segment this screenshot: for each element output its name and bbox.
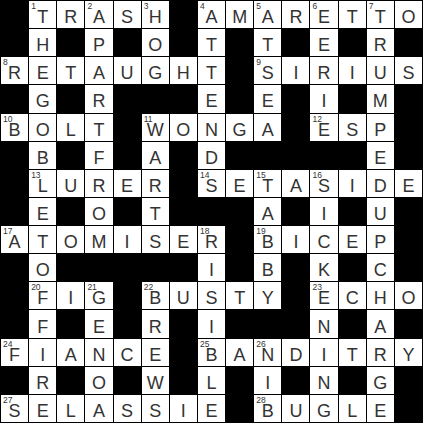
cell-letter: I — [265, 374, 270, 392]
cell-r6c12[interactable]: I — [339, 170, 366, 197]
cell-letter: U — [64, 177, 77, 195]
cell-letter: N — [318, 318, 331, 336]
cell-letter: A — [234, 346, 246, 364]
clue-number: 23 — [312, 283, 321, 292]
black-cell-r3c2 — [57, 85, 84, 112]
cell-letter: C — [121, 346, 134, 364]
clue-number: 5 — [256, 2, 261, 11]
cell-letter: A — [205, 8, 217, 26]
cell-letter: C — [346, 289, 359, 307]
cell-letter: E — [37, 64, 49, 82]
cell-r5c1[interactable]: B — [29, 142, 56, 169]
cell-r0c4[interactable]: S — [114, 1, 141, 28]
cell-letter: I — [322, 92, 327, 110]
cell-r10c9[interactable]: Y — [254, 282, 281, 309]
cell-letter: R — [8, 64, 21, 82]
cell-r5c13[interactable]: E — [367, 142, 394, 169]
cell-letter: T — [347, 8, 358, 26]
black-cell-r10c0 — [1, 282, 28, 309]
black-cell-r1c12 — [339, 29, 366, 56]
cell-r7c13[interactable]: U — [367, 198, 394, 225]
cell-r2c11[interactable]: R — [310, 57, 337, 84]
clue-number: 17 — [3, 227, 12, 236]
cell-letter: O — [36, 261, 50, 279]
cell-r8c5[interactable]: S — [142, 226, 169, 253]
cell-letter: T — [37, 233, 48, 251]
cell-letter: O — [36, 121, 50, 139]
cell-r3c13[interactable]: M — [367, 85, 394, 112]
cell-r14c13[interactable]: E — [367, 395, 394, 422]
black-cell-r7c6 — [170, 198, 197, 225]
cell-r10c12[interactable]: C — [339, 282, 366, 309]
cell-r0c12[interactable]: T — [339, 1, 366, 28]
cell-r1c5[interactable]: O — [142, 29, 169, 56]
cell-r8c13[interactable]: P — [367, 226, 394, 253]
black-cell-r13c6 — [170, 367, 197, 394]
black-cell-r7c7 — [198, 198, 225, 225]
cell-letter: G — [233, 121, 247, 139]
cell-r12c0[interactable]: 24F — [1, 339, 28, 366]
cell-r14c6[interactable]: I — [170, 395, 197, 422]
cell-r12c5[interactable]: E — [142, 339, 169, 366]
cell-letter: O — [92, 374, 106, 392]
cell-r1c9[interactable]: T — [254, 29, 281, 56]
black-cell-r13c10 — [282, 367, 309, 394]
cell-r0c5[interactable]: 3H — [142, 1, 169, 28]
clue-number: 2 — [87, 2, 92, 11]
black-cell-r5c12 — [339, 142, 366, 169]
cell-r10c1[interactable]: 20F — [29, 282, 56, 309]
cell-r13c7[interactable]: L — [198, 367, 225, 394]
black-cell-r13c0 — [1, 367, 28, 394]
cell-r5c7[interactable]: D — [198, 142, 225, 169]
clue-number: 15 — [256, 171, 265, 180]
black-cell-r5c0 — [1, 142, 28, 169]
cell-r4c13[interactable]: P — [367, 114, 394, 141]
cell-r10c7[interactable]: S — [198, 282, 225, 309]
cell-r14c4[interactable]: S — [114, 395, 141, 422]
cell-r6c10[interactable]: A — [282, 170, 309, 197]
cell-r14c2[interactable]: L — [57, 395, 84, 422]
cell-r1c3[interactable]: P — [85, 29, 112, 56]
cell-r4c3[interactable]: T — [85, 114, 112, 141]
cell-letter: M — [91, 233, 106, 251]
cell-letter: R — [64, 8, 77, 26]
black-cell-r11c0 — [1, 310, 28, 337]
cell-letter: I — [181, 402, 186, 420]
cell-letter: E — [402, 177, 414, 195]
cell-letter: R — [92, 177, 105, 195]
cell-letter: R — [374, 346, 387, 364]
cell-letter: S — [121, 8, 133, 26]
cell-r9c9[interactable]: B — [254, 254, 281, 281]
clue-number: 25 — [200, 340, 209, 349]
cell-r12c13[interactable]: R — [367, 339, 394, 366]
cell-r12c4[interactable]: C — [114, 339, 141, 366]
cell-r14c5[interactable]: S — [142, 395, 169, 422]
black-cell-r1c8 — [226, 29, 253, 56]
cell-r6c13[interactable]: D — [367, 170, 394, 197]
clue-number: 16 — [312, 171, 321, 180]
cell-letter: B — [37, 149, 49, 167]
cell-r3c9[interactable]: E — [254, 85, 281, 112]
cell-r14c11[interactable]: G — [310, 395, 337, 422]
cell-letter: T — [37, 8, 48, 26]
cell-letter: Y — [402, 346, 414, 364]
cell-r8c4[interactable]: I — [114, 226, 141, 253]
cell-letter: E — [318, 36, 330, 54]
cell-letter: O — [401, 8, 415, 26]
cell-r5c3[interactable]: F — [85, 142, 112, 169]
black-cell-r3c10 — [282, 85, 309, 112]
black-cell-r3c8 — [226, 85, 253, 112]
cell-r12c2[interactable]: A — [57, 339, 84, 366]
cell-r1c13[interactable]: R — [367, 29, 394, 56]
black-cell-r10c4 — [114, 282, 141, 309]
clue-number: 20 — [31, 283, 40, 292]
cell-r2c6[interactable]: H — [170, 57, 197, 84]
cell-r4c9[interactable]: A — [254, 114, 281, 141]
cell-r2c13[interactable]: U — [367, 57, 394, 84]
cell-r4c2[interactable]: L — [57, 114, 84, 141]
black-cell-r9c8 — [226, 254, 253, 281]
cell-r7c9[interactable]: A — [254, 198, 281, 225]
black-cell-r3c4 — [114, 85, 141, 112]
cell-r4c5[interactable]: 11W — [142, 114, 169, 141]
cell-r14c9[interactable]: 28B — [254, 395, 281, 422]
cell-r0c11[interactable]: 6E — [310, 1, 337, 28]
cell-r10c3[interactable]: 21G — [85, 282, 112, 309]
cell-r14c1[interactable]: E — [29, 395, 56, 422]
cell-letter: S — [402, 64, 414, 82]
black-cell-r2c8 — [226, 57, 253, 84]
cell-r8c12[interactable]: E — [339, 226, 366, 253]
black-cell-r13c14 — [395, 367, 422, 394]
black-cell-r9c2 — [57, 254, 84, 281]
clue-number: 10 — [3, 115, 12, 124]
cell-r13c11[interactable]: N — [310, 367, 337, 394]
cell-r10c8[interactable]: T — [226, 282, 253, 309]
black-cell-r13c4 — [114, 367, 141, 394]
cell-r10c2[interactable]: I — [57, 282, 84, 309]
cell-r4c11[interactable]: 12E — [310, 114, 337, 141]
black-cell-r5c4 — [114, 142, 141, 169]
cell-letter: H — [177, 64, 190, 82]
cell-r0c7[interactable]: 4A — [198, 1, 225, 28]
cell-r9c1[interactable]: O — [29, 254, 56, 281]
cell-r12c14[interactable]: Y — [395, 339, 422, 366]
cell-r10c5[interactable]: 22B — [142, 282, 169, 309]
cell-r2c0[interactable]: 8R — [1, 57, 28, 84]
cell-letter: A — [262, 205, 274, 223]
black-cell-r7c8 — [226, 198, 253, 225]
cell-letter: O — [401, 289, 415, 307]
cell-letter: G — [317, 402, 331, 420]
cell-letter: P — [374, 121, 386, 139]
cell-r12c7[interactable]: 25B — [198, 339, 225, 366]
cell-r0c2[interactable]: R — [57, 1, 84, 28]
cell-r0c1[interactable]: 1T — [29, 1, 56, 28]
cell-r0c9[interactable]: 5A — [254, 1, 281, 28]
clue-number: 8 — [3, 58, 8, 67]
cell-letter: A — [149, 149, 161, 167]
cell-letter: L — [66, 121, 76, 139]
cell-letter: M — [373, 92, 388, 110]
cell-r4c7[interactable]: N — [198, 114, 225, 141]
cell-letter: T — [347, 346, 358, 364]
cell-r14c7[interactable]: E — [198, 395, 225, 422]
black-cell-r4c10 — [282, 114, 309, 141]
cell-r6c2[interactable]: U — [57, 170, 84, 197]
black-cell-r9c12 — [339, 254, 366, 281]
cell-r4c8[interactable]: G — [226, 114, 253, 141]
cell-r0c14[interactable]: O — [395, 1, 422, 28]
cell-letter: B — [262, 261, 274, 279]
cell-r14c0[interactable]: 27S — [1, 395, 28, 422]
cell-letter: R — [318, 64, 331, 82]
cell-r8c6[interactable]: E — [170, 226, 197, 253]
black-cell-r9c6 — [170, 254, 197, 281]
cell-r2c5[interactable]: G — [142, 57, 169, 84]
cell-r0c3[interactable]: 2A — [85, 1, 112, 28]
cell-letter: T — [206, 36, 217, 54]
black-cell-r7c0 — [1, 198, 28, 225]
cell-r6c4[interactable]: E — [114, 170, 141, 197]
cell-letter: A — [262, 8, 274, 26]
cell-letter: I — [293, 64, 298, 82]
black-cell-r0c0 — [1, 1, 28, 28]
cell-r10c11[interactable]: 23E — [310, 282, 337, 309]
black-cell-r5c2 — [57, 142, 84, 169]
cell-letter: A — [374, 318, 386, 336]
cell-letter: R — [36, 374, 49, 392]
cell-r2c9[interactable]: 9S — [254, 57, 281, 84]
cell-r13c1[interactable]: R — [29, 367, 56, 394]
clue-number: 28 — [256, 396, 265, 405]
cell-r3c1[interactable]: G — [29, 85, 56, 112]
clue-number: 26 — [256, 340, 265, 349]
black-cell-r11c10 — [282, 310, 309, 337]
black-cell-r6c6 — [170, 170, 197, 197]
cell-letter: C — [318, 233, 331, 251]
black-cell-r8c14 — [395, 226, 422, 253]
cell-letter: T — [150, 205, 161, 223]
black-cell-r5c14 — [395, 142, 422, 169]
clue-number: 4 — [200, 2, 205, 11]
cell-r1c1[interactable]: H — [29, 29, 56, 56]
cell-letter: O — [64, 233, 78, 251]
cell-letter: O — [148, 36, 162, 54]
cell-r6c5[interactable]: R — [142, 170, 169, 197]
cell-r8c11[interactable]: C — [310, 226, 337, 253]
black-cell-r1c10 — [282, 29, 309, 56]
cell-r10c13[interactable]: H — [367, 282, 394, 309]
cell-r11c3[interactable]: E — [85, 310, 112, 337]
clue-number: 11 — [144, 115, 153, 124]
cell-r2c4[interactable]: U — [114, 57, 141, 84]
cell-r11c13[interactable]: A — [367, 310, 394, 337]
cell-r13c3[interactable]: O — [85, 367, 112, 394]
clue-number: 13 — [31, 171, 40, 180]
cell-letter: I — [350, 64, 355, 82]
cell-r10c6[interactable]: U — [170, 282, 197, 309]
cell-r8c1[interactable]: T — [29, 226, 56, 253]
cell-r12c3[interactable]: N — [85, 339, 112, 366]
black-cell-r6c0 — [1, 170, 28, 197]
cell-letter: R — [149, 318, 162, 336]
cell-letter: S — [149, 233, 161, 251]
cell-r7c5[interactable]: T — [142, 198, 169, 225]
cell-r4c1[interactable]: O — [29, 114, 56, 141]
cell-r6c1[interactable]: 13L — [29, 170, 56, 197]
cell-letter: T — [375, 8, 386, 26]
cell-r2c12[interactable]: I — [339, 57, 366, 84]
black-cell-r5c10 — [282, 142, 309, 169]
black-cell-r7c2 — [57, 198, 84, 225]
cell-r3c3[interactable]: R — [85, 85, 112, 112]
black-cell-r1c4 — [114, 29, 141, 56]
cell-r7c1[interactable]: E — [29, 198, 56, 225]
cell-letter: I — [125, 233, 130, 251]
cell-r8c2[interactable]: O — [57, 226, 84, 253]
cell-r3c11[interactable]: I — [310, 85, 337, 112]
cell-r6c9[interactable]: 15T — [254, 170, 281, 197]
cell-r8c0[interactable]: 17A — [1, 226, 28, 253]
cell-r12c9[interactable]: 26N — [254, 339, 281, 366]
cell-letter: I — [322, 205, 327, 223]
cell-r10c14[interactable]: O — [395, 282, 422, 309]
black-cell-r9c5 — [142, 254, 169, 281]
cell-r2c2[interactable]: T — [57, 57, 84, 84]
cell-r12c8[interactable]: A — [226, 339, 253, 366]
clue-number: 12 — [312, 115, 321, 124]
cell-r1c7[interactable]: T — [198, 29, 225, 56]
cell-r8c3[interactable]: M — [85, 226, 112, 253]
cell-r12c11[interactable]: I — [310, 339, 337, 366]
cell-r7c3[interactable]: O — [85, 198, 112, 225]
cell-letter: U — [374, 205, 387, 223]
clue-number: 9 — [256, 58, 261, 67]
cell-r8c10[interactable]: I — [282, 226, 309, 253]
black-cell-r5c9 — [254, 142, 281, 169]
cell-letter: N — [205, 121, 218, 139]
cell-letter: U — [177, 289, 190, 307]
cell-r0c8[interactable]: M — [226, 1, 253, 28]
cell-r12c10[interactable]: D — [282, 339, 309, 366]
black-cell-r11c14 — [395, 310, 422, 337]
cell-r1c11[interactable]: E — [310, 29, 337, 56]
cell-r9c11[interactable]: K — [310, 254, 337, 281]
black-cell-r4c4 — [114, 114, 141, 141]
cell-letter: O — [176, 121, 190, 139]
cell-r11c5[interactable]: R — [142, 310, 169, 337]
cell-r6c14[interactable]: E — [395, 170, 422, 197]
black-cell-r4c14 — [395, 114, 422, 141]
cell-letter: E — [374, 402, 386, 420]
cell-letter: G — [373, 374, 387, 392]
cell-r2c7[interactable]: T — [198, 57, 225, 84]
black-cell-r7c12 — [339, 198, 366, 225]
cell-r9c13[interactable]: C — [367, 254, 394, 281]
cell-r6c8[interactable]: E — [226, 170, 253, 197]
cell-letter: D — [289, 346, 302, 364]
black-cell-r9c3 — [85, 254, 112, 281]
cell-letter: R — [92, 92, 105, 110]
cell-letter: N — [318, 374, 331, 392]
cell-r14c10[interactable]: U — [282, 395, 309, 422]
cell-letter: W — [147, 374, 164, 392]
cell-r2c14[interactable]: S — [395, 57, 422, 84]
cell-r13c13[interactable]: G — [367, 367, 394, 394]
cell-letter: O — [92, 205, 106, 223]
cell-r11c11[interactable]: N — [310, 310, 337, 337]
clue-number: 18 — [200, 227, 209, 236]
cell-r8c9[interactable]: 19B — [254, 226, 281, 253]
black-cell-r7c10 — [282, 198, 309, 225]
cell-r6c7[interactable]: 14S — [198, 170, 225, 197]
cell-letter: L — [206, 374, 216, 392]
black-cell-r11c9 — [254, 310, 281, 337]
cell-r13c5[interactable]: W — [142, 367, 169, 394]
cell-letter: R — [149, 177, 162, 195]
cell-r14c3[interactable]: A — [85, 395, 112, 422]
cell-letter: U — [121, 64, 134, 82]
cell-r9c7[interactable]: I — [198, 254, 225, 281]
cell-r2c10[interactable]: I — [282, 57, 309, 84]
cell-letter: K — [318, 261, 330, 279]
crossword-board: 1TR2AS3H4AM5AR6ET7TOHPOTTER8RETAUGHT9SIR… — [0, 0, 423, 423]
cell-letter: E — [234, 177, 246, 195]
cell-r6c3[interactable]: R — [85, 170, 112, 197]
cell-letter: C — [374, 261, 387, 279]
cell-r11c1[interactable]: F — [29, 310, 56, 337]
black-cell-r11c2 — [57, 310, 84, 337]
cell-r0c13[interactable]: 7T — [367, 1, 394, 28]
clue-number: 21 — [87, 283, 96, 292]
black-cell-r3c12 — [339, 85, 366, 112]
cell-r14c12[interactable]: L — [339, 395, 366, 422]
cell-letter: T — [93, 121, 104, 139]
cell-letter: H — [149, 8, 162, 26]
cell-r4c12[interactable]: S — [339, 114, 366, 141]
cell-letter: G — [148, 64, 162, 82]
cell-r4c6[interactable]: O — [170, 114, 197, 141]
cell-letter: S — [149, 402, 161, 420]
cell-r4c0[interactable]: 10B — [1, 114, 28, 141]
cell-r7c11[interactable]: I — [310, 198, 337, 225]
cell-r8c7[interactable]: 18R — [198, 226, 225, 253]
cell-letter: E — [205, 402, 217, 420]
cell-letter: S — [121, 402, 133, 420]
cell-letter: E — [37, 402, 49, 420]
cell-r12c12[interactable]: T — [339, 339, 366, 366]
cell-letter: T — [65, 64, 76, 82]
cell-r3c7[interactable]: E — [198, 85, 225, 112]
cell-r11c7[interactable]: I — [198, 310, 225, 337]
cell-letter: R — [374, 36, 387, 54]
cell-r2c3[interactable]: A — [85, 57, 112, 84]
cell-letter: B — [149, 289, 161, 307]
cell-r5c5[interactable]: A — [142, 142, 169, 169]
cell-r13c9[interactable]: I — [254, 367, 281, 394]
cell-r2c1[interactable]: E — [29, 57, 56, 84]
cell-letter: T — [234, 289, 245, 307]
cell-r6c11[interactable]: 16S — [310, 170, 337, 197]
cell-r12c1[interactable]: I — [29, 339, 56, 366]
cell-r0c10[interactable]: R — [282, 1, 309, 28]
cell-letter: G — [36, 92, 50, 110]
cell-letter: A — [290, 177, 302, 195]
